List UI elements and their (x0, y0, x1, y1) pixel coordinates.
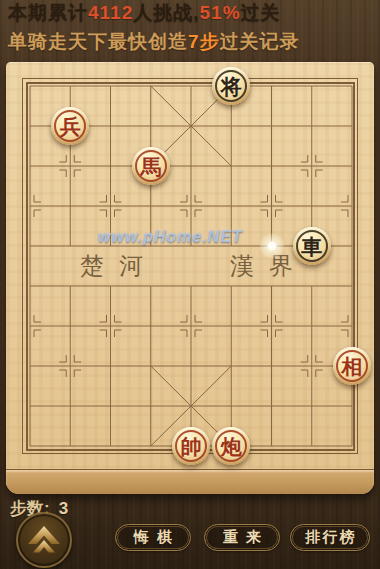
undo-button-label: 悔 棋 (134, 528, 174, 547)
restart-button-label: 重 来 (223, 528, 263, 547)
step-counter-value: 3 (59, 499, 68, 518)
piece-black-車[interactable]: 車 (293, 227, 331, 265)
xiangqi-board: www.pHome.NET 楚河 漢界 将兵馬車相帥炮 (6, 62, 374, 494)
leaderboard-button[interactable]: 排行榜 (290, 524, 370, 551)
leaderboard-button-label: 排行榜 (306, 528, 357, 547)
piece-red-炮[interactable]: 炮 (212, 427, 250, 465)
piece-red-兵[interactable]: 兵 (51, 107, 89, 145)
expand-button[interactable] (16, 512, 72, 568)
chevron-up-icon (26, 523, 62, 557)
board-grid: 楚河 漢界 将兵馬車相帥炮 (30, 86, 352, 446)
pieces-layer: 将兵馬車相帥炮 (30, 86, 352, 446)
undo-button[interactable]: 悔 棋 (115, 524, 191, 551)
piece-red-帥[interactable]: 帥 (172, 427, 210, 465)
restart-button[interactable]: 重 来 (204, 524, 280, 551)
piece-red-馬[interactable]: 馬 (132, 147, 170, 185)
piece-red-相[interactable]: 相 (333, 347, 371, 385)
board-bottom-bevel (6, 469, 374, 494)
challenge-stats-text: 本期累计4112人挑战,51%过关 (8, 0, 281, 26)
piece-black-将[interactable]: 将 (212, 67, 250, 105)
record-text: 单骑走天下最快创造7步过关记录 (8, 29, 300, 55)
